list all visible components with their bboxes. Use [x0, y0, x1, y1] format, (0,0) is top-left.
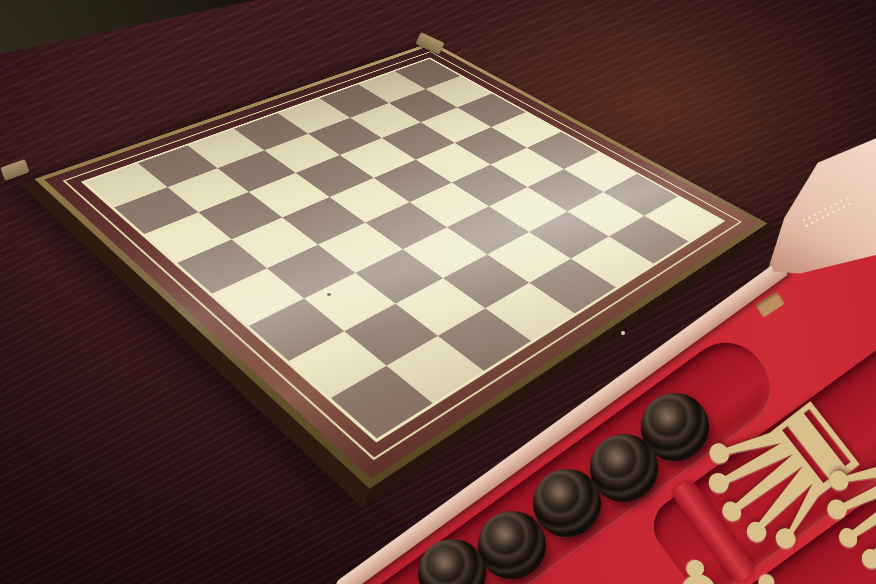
checker-disc-4[interactable] — [478, 511, 546, 579]
photo-scene: ♛♛♟♟ — [0, 0, 876, 584]
checker-disc-3[interactable] — [533, 469, 601, 537]
dust-speck — [327, 293, 331, 296]
clasp-glint — [621, 331, 625, 335]
checker-disc-2[interactable] — [590, 434, 658, 502]
lid-embossed-text — [800, 194, 854, 230]
